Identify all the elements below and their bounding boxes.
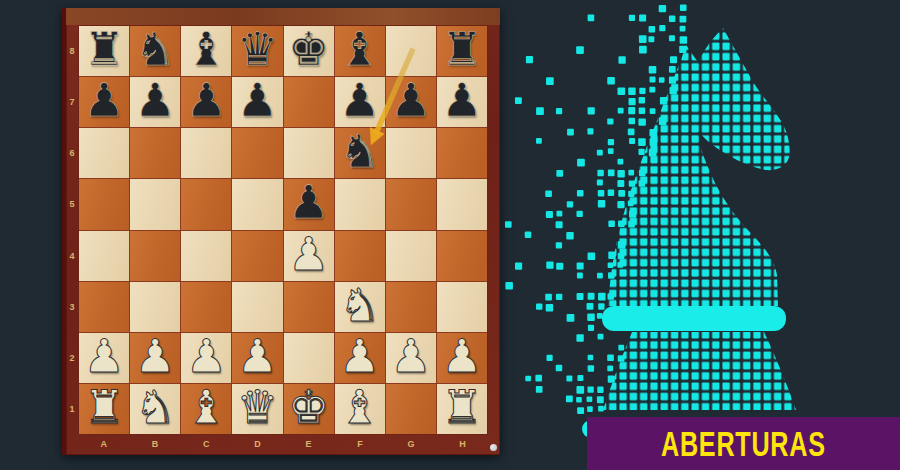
file-label-b: B [145,439,165,449]
square-g7[interactable]: ♟ [386,77,436,127]
square-h5[interactable] [437,179,487,229]
square-g5[interactable] [386,179,436,229]
square-g2[interactable]: ♟ [386,333,436,383]
square-e1[interactable]: ♚ [284,384,334,434]
rank-label-5: 5 [66,199,78,209]
white-pawn: ♟ [237,333,278,379]
square-e4[interactable]: ♟ [284,231,334,281]
white-pawn: ♟ [288,231,329,277]
square-h3[interactable] [437,282,487,332]
square-h8[interactable]: ♜ [437,26,487,76]
white-knight: ♞ [135,384,176,430]
white-bishop: ♝ [339,384,380,430]
black-bishop: ♝ [339,26,380,72]
square-c3[interactable] [181,282,231,332]
white-pawn: ♟ [339,333,380,379]
black-pawn: ♟ [186,77,227,123]
square-g8[interactable] [386,26,436,76]
file-label-d: D [247,439,267,449]
square-e6[interactable] [284,128,334,178]
rank-label-2: 2 [66,353,78,363]
file-label-c: C [196,439,216,449]
square-d8[interactable]: ♛ [232,26,282,76]
square-e2[interactable] [284,333,334,383]
square-h4[interactable] [437,231,487,281]
pixel-knight-graphic [500,0,900,470]
black-knight: ♞ [339,128,380,174]
square-f7[interactable]: ♟ [335,77,385,127]
white-bishop: ♝ [186,384,227,430]
square-f5[interactable] [335,179,385,229]
rank-label-4: 4 [66,251,78,261]
black-pawn: ♟ [135,77,176,123]
square-b4[interactable] [130,231,180,281]
knight-head-body [607,28,790,306]
white-knight: ♞ [339,282,380,328]
square-a2[interactable]: ♟ [79,333,129,383]
square-c8[interactable]: ♝ [181,26,231,76]
square-c1[interactable]: ♝ [181,384,231,434]
square-d2[interactable]: ♟ [232,333,282,383]
square-g4[interactable] [386,231,436,281]
white-king: ♚ [288,384,329,430]
square-h1[interactable]: ♜ [437,384,487,434]
square-b2[interactable]: ♟ [130,333,180,383]
square-f4[interactable] [335,231,385,281]
square-d7[interactable]: ♟ [232,77,282,127]
black-pawn: ♟ [390,77,431,123]
white-rook: ♜ [441,384,482,430]
knight-collar [602,306,786,331]
square-g1[interactable] [386,384,436,434]
square-f1[interactable]: ♝ [335,384,385,434]
square-f2[interactable]: ♟ [335,333,385,383]
board-corner-dot [490,444,497,451]
square-b8[interactable]: ♞ [130,26,180,76]
white-queen: ♛ [237,384,278,430]
square-d3[interactable] [232,282,282,332]
square-a7[interactable]: ♟ [79,77,129,127]
square-b1[interactable]: ♞ [130,384,180,434]
banner: ABERTURAS [587,417,900,470]
square-g6[interactable] [386,128,436,178]
stage: ♜♞♝♛♚♝♜♟♟♟♟♟♟♟♞♟♟♞♟♟♟♟♟♟♟♜♞♝♛♚♝♜ 8765432… [0,0,900,470]
file-label-h: H [452,439,472,449]
square-c2[interactable]: ♟ [181,333,231,383]
square-h2[interactable]: ♟ [437,333,487,383]
square-a4[interactable] [79,231,129,281]
knight-base [603,332,796,410]
square-d6[interactable] [232,128,282,178]
square-e3[interactable] [284,282,334,332]
rank-label-6: 6 [66,148,78,158]
white-pawn: ♟ [135,333,176,379]
black-bishop: ♝ [186,26,227,72]
square-e8[interactable]: ♚ [284,26,334,76]
square-c7[interactable]: ♟ [181,77,231,127]
black-knight: ♞ [135,26,176,72]
square-c6[interactable] [181,128,231,178]
square-a1[interactable]: ♜ [79,384,129,434]
square-e5[interactable]: ♟ [284,179,334,229]
white-pawn: ♟ [441,333,482,379]
black-queen: ♛ [237,26,278,72]
square-f6[interactable]: ♞ [335,128,385,178]
white-pawn: ♟ [186,333,227,379]
chess-board: ♜♞♝♛♚♝♜♟♟♟♟♟♟♟♞♟♟♞♟♟♟♟♟♟♟♜♞♝♛♚♝♜ 8765432… [62,8,500,455]
square-c4[interactable] [181,231,231,281]
square-b5[interactable] [130,179,180,229]
square-e7[interactable] [284,77,334,127]
black-rook: ♜ [441,26,482,72]
file-label-g: G [401,439,421,449]
square-a5[interactable] [79,179,129,229]
square-a3[interactable] [79,282,129,332]
rank-label-8: 8 [66,46,78,56]
square-f8[interactable]: ♝ [335,26,385,76]
black-king: ♚ [288,26,329,72]
square-d4[interactable] [232,231,282,281]
black-pawn: ♟ [288,179,329,225]
square-b3[interactable] [130,282,180,332]
rank-label-7: 7 [66,97,78,107]
square-h7[interactable]: ♟ [437,77,487,127]
file-label-f: F [350,439,370,449]
white-pawn: ♟ [83,333,124,379]
square-h6[interactable] [437,128,487,178]
square-b6[interactable] [130,128,180,178]
black-pawn: ♟ [237,77,278,123]
rank-label-1: 1 [66,404,78,414]
file-label-a: A [94,439,114,449]
square-d5[interactable] [232,179,282,229]
white-pawn: ♟ [390,333,431,379]
square-f3[interactable]: ♞ [335,282,385,332]
file-label-e: E [299,439,319,449]
square-a6[interactable] [79,128,129,178]
banner-label: ABERTURAS [661,423,826,464]
black-pawn: ♟ [83,77,124,123]
white-rook: ♜ [83,384,124,430]
square-b7[interactable]: ♟ [130,77,180,127]
square-c5[interactable] [181,179,231,229]
board-grid: ♜♞♝♛♚♝♜♟♟♟♟♟♟♟♞♟♟♞♟♟♟♟♟♟♟♜♞♝♛♚♝♜ [78,25,488,435]
rank-label-3: 3 [66,302,78,312]
square-a8[interactable]: ♜ [79,26,129,76]
square-g3[interactable] [386,282,436,332]
black-pawn: ♟ [441,77,482,123]
black-pawn: ♟ [339,77,380,123]
square-d1[interactable]: ♛ [232,384,282,434]
board-frame-top [66,8,500,25]
black-rook: ♜ [83,26,124,72]
